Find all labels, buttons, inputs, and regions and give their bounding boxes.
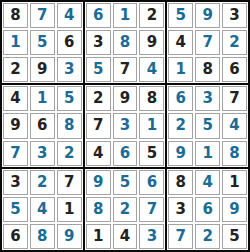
- cell-r4c3[interactable]: 5: [57, 86, 82, 111]
- sudoku-box-1: 874156293: [2, 2, 83, 83]
- filled-digit: 6: [93, 8, 103, 23]
- cell-r2c5[interactable]: 8: [113, 30, 138, 55]
- cell-r5c6[interactable]: 1: [139, 113, 164, 138]
- given-digit: 9: [120, 91, 130, 106]
- given-digit: 3: [93, 35, 103, 50]
- given-digit: 6: [37, 118, 47, 133]
- filled-digit: 6: [120, 146, 130, 161]
- filled-digit: 5: [64, 91, 74, 106]
- cell-r9c5[interactable]: 4: [113, 224, 138, 249]
- given-digit: 7: [64, 175, 74, 190]
- filled-digit: 5: [202, 118, 212, 133]
- cell-r1c5[interactable]: 1: [113, 3, 138, 28]
- cell-r4c1[interactable]: 4: [3, 86, 28, 111]
- cell-r3c9[interactable]: 6: [222, 57, 247, 82]
- cell-r7c5[interactable]: 5: [113, 170, 138, 195]
- cell-r7c9[interactable]: 1: [222, 170, 247, 195]
- filled-digit: 5: [93, 62, 103, 77]
- filled-digit: 7: [202, 35, 212, 50]
- cell-r5c4[interactable]: 7: [86, 113, 111, 138]
- filled-digit: 6: [176, 91, 186, 106]
- given-digit: 3: [229, 8, 239, 23]
- cell-r6c7[interactable]: 9: [168, 141, 193, 166]
- cell-r6c5[interactable]: 6: [113, 141, 138, 166]
- filled-digit: 3: [147, 229, 157, 244]
- filled-digit: 2: [37, 175, 47, 190]
- filled-digit: 1: [176, 62, 186, 77]
- cell-r3c7[interactable]: 1: [168, 57, 193, 82]
- given-digit: 7: [93, 118, 103, 133]
- cell-r4c9[interactable]: 7: [222, 86, 247, 111]
- cell-r2c2[interactable]: 5: [30, 30, 55, 55]
- cell-r3c5[interactable]: 7: [113, 57, 138, 82]
- filled-digit: 8: [229, 146, 239, 161]
- cell-r8c9[interactable]: 9: [222, 197, 247, 222]
- filled-digit: 1: [147, 118, 157, 133]
- cell-r7c7[interactable]: 8: [168, 170, 193, 195]
- given-digit: 4: [176, 35, 186, 50]
- sudoku-box-3: 593472186: [167, 2, 248, 83]
- cell-r4c8[interactable]: 3: [195, 86, 220, 111]
- given-digit: 6: [64, 35, 74, 50]
- cell-r4c6[interactable]: 8: [139, 86, 164, 111]
- sudoku-box-2: 612389574: [85, 2, 166, 83]
- given-digit: 3: [176, 202, 186, 217]
- filled-digit: 2: [229, 35, 239, 50]
- cell-r9c8[interactable]: 2: [195, 224, 220, 249]
- filled-digit: 7: [37, 8, 47, 23]
- filled-digit: 8: [37, 229, 47, 244]
- cell-r8c5[interactable]: 2: [113, 197, 138, 222]
- given-digit: 4: [120, 229, 130, 244]
- sudoku-box-7: 327541689: [2, 169, 83, 250]
- cell-r3c3[interactable]: 3: [57, 57, 82, 82]
- cell-r1c9[interactable]: 3: [222, 3, 247, 28]
- filled-digit: 1: [37, 91, 47, 106]
- cell-r1c7[interactable]: 5: [168, 3, 193, 28]
- filled-digit: 9: [176, 146, 186, 161]
- cell-r4c4[interactable]: 2: [86, 86, 111, 111]
- sudoku-box-4: 415968732: [2, 85, 83, 166]
- given-digit: 8: [147, 91, 157, 106]
- cell-r8c8[interactable]: 6: [195, 197, 220, 222]
- cell-r5c8[interactable]: 5: [195, 113, 220, 138]
- filled-digit: 2: [176, 118, 186, 133]
- cell-r1c8[interactable]: 9: [195, 3, 220, 28]
- sudoku-board: 8741562936123895745934721864159687322987…: [0, 0, 250, 252]
- given-digit: 7: [229, 91, 239, 106]
- cell-r6c6[interactable]: 5: [139, 141, 164, 166]
- given-digit: 4: [10, 91, 20, 106]
- filled-digit: 4: [229, 118, 239, 133]
- filled-digit: 9: [93, 175, 103, 190]
- cell-r9c7[interactable]: 7: [168, 224, 193, 249]
- given-digit: 7: [120, 62, 130, 77]
- filled-digit: 3: [120, 118, 130, 133]
- cell-r5c3[interactable]: 8: [57, 113, 82, 138]
- given-digit: 5: [147, 146, 157, 161]
- cell-r2c6[interactable]: 9: [139, 30, 164, 55]
- given-digit: 3: [10, 175, 20, 190]
- given-digit: 1: [229, 175, 239, 190]
- filled-digit: 4: [147, 62, 157, 77]
- cell-r5c2[interactable]: 6: [30, 113, 55, 138]
- given-digit: 4: [93, 146, 103, 161]
- given-digit: 5: [229, 229, 239, 244]
- cell-r3c8[interactable]: 8: [195, 57, 220, 82]
- given-digit: 8: [176, 175, 186, 190]
- cell-r9c6[interactable]: 3: [139, 224, 164, 249]
- given-digit: 6: [10, 229, 20, 244]
- filled-digit: 4: [202, 175, 212, 190]
- filled-digit: 1: [202, 146, 212, 161]
- cell-r3c6[interactable]: 4: [139, 57, 164, 82]
- cell-r9c3[interactable]: 9: [57, 224, 82, 249]
- cell-r8c7[interactable]: 3: [168, 197, 193, 222]
- cell-r9c1[interactable]: 6: [3, 224, 28, 249]
- cell-r6c1[interactable]: 7: [3, 141, 28, 166]
- filled-digit: 5: [176, 8, 186, 23]
- cell-r7c6[interactable]: 6: [139, 170, 164, 195]
- filled-digit: 3: [64, 62, 74, 77]
- cell-r1c3[interactable]: 4: [57, 3, 82, 28]
- filled-digit: 7: [147, 202, 157, 217]
- filled-digit: 8: [64, 118, 74, 133]
- cell-r7c4[interactable]: 9: [86, 170, 111, 195]
- cell-r1c4[interactable]: 6: [86, 3, 111, 28]
- given-digit: 9: [37, 62, 47, 77]
- given-digit: 8: [202, 62, 212, 77]
- filled-digit: 6: [147, 175, 157, 190]
- given-digit: 2: [10, 62, 20, 77]
- cell-r2c1[interactable]: 1: [3, 30, 28, 55]
- given-digit: 9: [10, 118, 20, 133]
- filled-digit: 5: [120, 175, 130, 190]
- given-digit: 9: [147, 35, 157, 50]
- given-digit: 8: [10, 8, 20, 23]
- sudoku-box-9: 841369725: [167, 169, 248, 250]
- cell-r9c9[interactable]: 5: [222, 224, 247, 249]
- sudoku-box-6: 637254918: [167, 85, 248, 166]
- filled-digit: 9: [229, 202, 239, 217]
- filled-digit: 2: [64, 146, 74, 161]
- filled-digit: 3: [37, 146, 47, 161]
- cell-r8c1[interactable]: 5: [3, 197, 28, 222]
- cell-r2c7[interactable]: 4: [168, 30, 193, 55]
- cell-r8c4[interactable]: 8: [86, 197, 111, 222]
- cell-r5c9[interactable]: 4: [222, 113, 247, 138]
- cell-r2c8[interactable]: 7: [195, 30, 220, 55]
- cell-r2c9[interactable]: 2: [222, 30, 247, 55]
- cell-r7c8[interactable]: 4: [195, 170, 220, 195]
- cell-r9c2[interactable]: 8: [30, 224, 55, 249]
- cell-r3c4[interactable]: 5: [86, 57, 111, 82]
- filled-digit: 5: [10, 202, 20, 217]
- cell-r5c5[interactable]: 3: [113, 113, 138, 138]
- filled-digit: 9: [64, 229, 74, 244]
- filled-digit: 2: [202, 229, 212, 244]
- cell-r2c4[interactable]: 3: [86, 30, 111, 55]
- cell-r3c2[interactable]: 9: [30, 57, 55, 82]
- cell-r7c3[interactable]: 7: [57, 170, 82, 195]
- cell-r2c3[interactable]: 6: [57, 30, 82, 55]
- given-digit: 2: [93, 91, 103, 106]
- filled-digit: 6: [202, 202, 212, 217]
- cell-r8c3[interactable]: 1: [57, 197, 82, 222]
- filled-digit: 5: [37, 35, 47, 50]
- filled-digit: 8: [120, 35, 130, 50]
- cell-r7c2[interactable]: 2: [30, 170, 55, 195]
- filled-digit: 8: [93, 202, 103, 217]
- filled-digit: 1: [10, 35, 20, 50]
- cell-r1c1[interactable]: 8: [3, 3, 28, 28]
- cell-r8c2[interactable]: 4: [30, 197, 55, 222]
- cell-r6c8[interactable]: 1: [195, 141, 220, 166]
- cell-r3c1[interactable]: 2: [3, 57, 28, 82]
- cell-r7c1[interactable]: 3: [3, 170, 28, 195]
- given-digit: 6: [229, 62, 239, 77]
- cell-r1c6[interactable]: 2: [139, 3, 164, 28]
- cell-r6c3[interactable]: 2: [57, 141, 82, 166]
- filled-digit: 3: [202, 91, 212, 106]
- filled-digit: 2: [120, 202, 130, 217]
- cell-r5c7[interactable]: 2: [168, 113, 193, 138]
- filled-digit: 4: [37, 202, 47, 217]
- filled-digit: 9: [202, 8, 212, 23]
- filled-digit: 1: [120, 8, 130, 23]
- sudoku-box-8: 956827143: [85, 169, 166, 250]
- cell-r9c4[interactable]: 1: [86, 224, 111, 249]
- filled-digit: 7: [176, 229, 186, 244]
- cell-r4c5[interactable]: 9: [113, 86, 138, 111]
- given-digit: 2: [147, 8, 157, 23]
- cell-r6c9[interactable]: 8: [222, 141, 247, 166]
- cell-r6c2[interactable]: 3: [30, 141, 55, 166]
- cell-r8c6[interactable]: 7: [139, 197, 164, 222]
- cell-r4c7[interactable]: 6: [168, 86, 193, 111]
- given-digit: 1: [93, 229, 103, 244]
- sudoku-box-5: 298731465: [85, 85, 166, 166]
- cell-r1c2[interactable]: 7: [30, 3, 55, 28]
- filled-digit: 7: [10, 146, 20, 161]
- cell-r5c1[interactable]: 9: [3, 113, 28, 138]
- filled-digit: 4: [64, 8, 74, 23]
- cell-r4c2[interactable]: 1: [30, 86, 55, 111]
- cell-r6c4[interactable]: 4: [86, 141, 111, 166]
- given-digit: 1: [64, 202, 74, 217]
